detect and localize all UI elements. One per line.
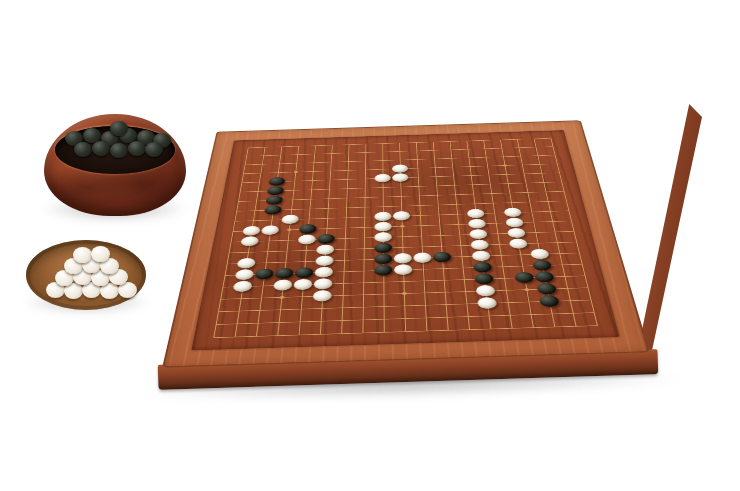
white-stone xyxy=(240,236,259,246)
black-stone xyxy=(474,273,494,284)
go-board xyxy=(162,120,650,367)
white-stone xyxy=(298,234,316,244)
white-stone xyxy=(394,264,412,275)
white-stone xyxy=(374,232,391,242)
black-stone xyxy=(268,177,285,186)
grid-line-vertical xyxy=(277,146,299,336)
star-point xyxy=(294,171,298,173)
black-stone xyxy=(514,272,534,283)
white-stone xyxy=(476,285,496,297)
bowl-black-stone xyxy=(92,141,110,156)
star-point xyxy=(503,164,507,166)
white-stone xyxy=(394,253,412,264)
grid-line-vertical xyxy=(341,144,349,334)
star-point xyxy=(400,225,404,227)
white-stone xyxy=(374,212,391,222)
white-stone xyxy=(314,278,333,289)
white-stone xyxy=(235,269,255,280)
white-stone xyxy=(469,229,488,239)
bowl-stone-heap xyxy=(57,124,173,174)
white-stone xyxy=(468,219,486,229)
board-side-edge xyxy=(638,104,702,362)
board-grid xyxy=(213,138,598,338)
white-stone xyxy=(313,290,332,302)
bowl-black-stone xyxy=(74,142,92,157)
white-stone xyxy=(374,222,391,232)
white-stone-plate xyxy=(26,240,146,310)
white-stone xyxy=(470,240,489,250)
black-stone xyxy=(274,268,293,279)
grid-line-vertical xyxy=(362,144,366,333)
black-stone xyxy=(374,243,392,253)
bowl-black-stone xyxy=(110,143,128,158)
white-stone xyxy=(505,218,524,228)
white-stone xyxy=(281,214,299,224)
grid-line-vertical xyxy=(450,141,470,330)
star-point xyxy=(402,292,407,295)
plate-white-stone xyxy=(73,247,92,263)
white-stone xyxy=(293,279,312,290)
white-stone xyxy=(315,255,333,266)
grid-line-vertical xyxy=(416,142,427,331)
white-stone xyxy=(509,238,528,248)
white-stone xyxy=(477,297,497,309)
black-stone xyxy=(255,268,274,279)
white-stone xyxy=(393,211,410,221)
black-stone xyxy=(433,252,452,263)
white-stone xyxy=(237,258,256,269)
black-stone xyxy=(294,267,313,278)
white-stone xyxy=(242,226,261,236)
black-stone xyxy=(265,196,283,205)
white-stone xyxy=(413,252,431,263)
white-stone xyxy=(504,208,522,218)
bowl-black-stone xyxy=(145,142,163,157)
black-stone xyxy=(534,271,554,282)
black-stone xyxy=(374,265,392,276)
white-stone xyxy=(316,244,334,254)
black-stone xyxy=(532,260,552,271)
white-stone xyxy=(261,225,279,235)
black-stone xyxy=(536,283,557,295)
star-point xyxy=(279,296,284,299)
black-stone xyxy=(317,234,335,244)
white-stone xyxy=(392,164,408,173)
black-stone xyxy=(264,205,282,214)
white-stone xyxy=(472,250,491,261)
grid-line-vertical xyxy=(433,142,449,331)
star-point xyxy=(287,229,292,231)
black-stone xyxy=(473,262,492,273)
go-set-product-photo xyxy=(0,0,740,491)
plate-stone-heap xyxy=(34,248,138,302)
white-stone xyxy=(273,279,292,290)
star-point xyxy=(524,288,529,291)
white-stone xyxy=(530,249,550,260)
white-stone xyxy=(314,267,333,278)
white-stone xyxy=(507,228,526,238)
plate-white-stone xyxy=(91,246,110,262)
white-stone xyxy=(375,174,391,183)
black-stone xyxy=(299,224,317,234)
black-stone xyxy=(374,254,392,265)
white-stone xyxy=(467,209,485,219)
bowl-black-stone xyxy=(110,121,128,136)
white-stone xyxy=(233,281,253,292)
black-stone-bowl xyxy=(44,114,186,216)
white-stone xyxy=(392,173,408,182)
black-stone xyxy=(539,295,560,307)
bowl-black-stone xyxy=(128,141,146,156)
black-stone xyxy=(267,186,284,195)
